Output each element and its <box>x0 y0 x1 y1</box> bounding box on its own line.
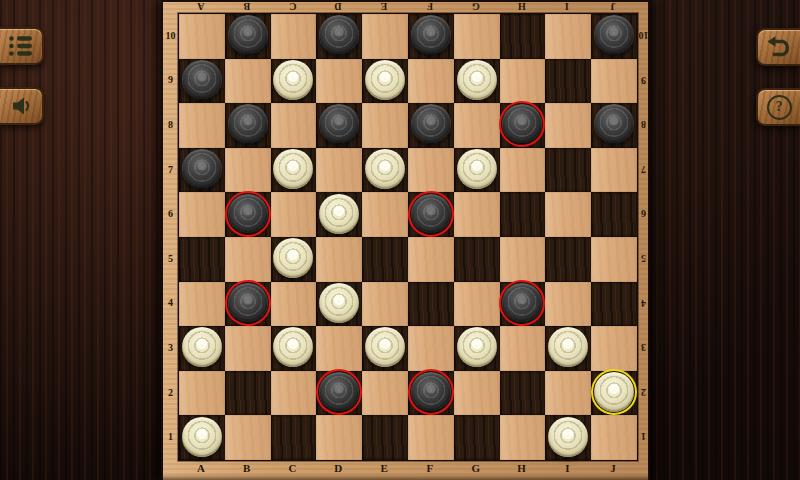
square-e5[interactable] <box>362 237 408 282</box>
square-a6[interactable] <box>179 192 225 237</box>
square-g3[interactable] <box>454 326 500 371</box>
rank-label-mirrored-4: 4 <box>636 281 651 326</box>
rank-label-10: 10 <box>163 13 178 58</box>
white-man[interactable] <box>319 194 359 234</box>
file-label-mirrored-i: I <box>544 1 590 13</box>
square-b3[interactable] <box>225 326 271 371</box>
file-labels-top: ABCDEFGHIJ <box>178 1 636 13</box>
black-man[interactable] <box>319 104 359 144</box>
square-b4[interactable] <box>225 282 271 327</box>
square-i9[interactable] <box>545 59 591 104</box>
file-label-mirrored-a: A <box>178 1 224 13</box>
black-man-red-highlight[interactable] <box>228 194 268 234</box>
square-j7[interactable] <box>591 148 637 193</box>
rank-label-8: 8 <box>163 102 178 147</box>
white-man[interactable] <box>457 327 497 367</box>
square-i1[interactable] <box>545 415 591 460</box>
square-g2[interactable] <box>454 371 500 416</box>
file-label-c: C <box>270 459 316 476</box>
black-man[interactable] <box>228 104 268 144</box>
square-d6[interactable] <box>316 192 362 237</box>
rank-label-4: 4 <box>163 281 178 326</box>
help-button[interactable]: ? <box>756 88 800 126</box>
square-h3[interactable] <box>500 326 546 371</box>
black-man-red-highlight[interactable] <box>411 194 451 234</box>
square-b2[interactable] <box>225 371 271 416</box>
square-j5[interactable] <box>591 237 637 282</box>
rank-label-mirrored-3: 3 <box>636 325 651 370</box>
play-area <box>178 13 638 461</box>
square-a5[interactable] <box>179 237 225 282</box>
square-e7[interactable] <box>362 148 408 193</box>
square-i8[interactable] <box>545 103 591 148</box>
square-c2[interactable] <box>271 371 317 416</box>
square-b5[interactable] <box>225 237 271 282</box>
square-i7[interactable] <box>545 148 591 193</box>
square-f1[interactable] <box>408 415 454 460</box>
black-man-red-highlight[interactable] <box>411 372 451 412</box>
square-a3[interactable] <box>179 326 225 371</box>
menu-list-icon <box>8 35 34 57</box>
file-labels-bottom: ABCDEFGHIJ <box>178 459 636 476</box>
file-label-mirrored-b: B <box>224 1 270 13</box>
rank-label-mirrored-1: 1 <box>636 414 651 459</box>
white-man[interactable] <box>273 60 313 100</box>
rank-label-1: 1 <box>163 414 178 459</box>
square-j6[interactable] <box>591 192 637 237</box>
square-e9[interactable] <box>362 59 408 104</box>
square-g4[interactable] <box>454 282 500 327</box>
white-man[interactable] <box>273 238 313 278</box>
square-g9[interactable] <box>454 59 500 104</box>
rank-label-6: 6 <box>163 191 178 236</box>
square-a9[interactable] <box>179 59 225 104</box>
square-c9[interactable] <box>271 59 317 104</box>
square-g7[interactable] <box>454 148 500 193</box>
file-label-h: H <box>499 459 545 476</box>
square-h1[interactable] <box>500 415 546 460</box>
square-h4[interactable] <box>500 282 546 327</box>
square-h8[interactable] <box>500 103 546 148</box>
file-label-mirrored-d: D <box>315 1 361 13</box>
rank-label-mirrored-7: 7 <box>636 147 651 192</box>
file-label-mirrored-j: J <box>590 1 636 13</box>
square-e10[interactable] <box>362 14 408 59</box>
rank-label-mirrored-10: 10 <box>636 13 651 58</box>
black-man[interactable] <box>319 15 359 55</box>
white-man[interactable] <box>319 283 359 323</box>
rank-label-mirrored-8: 8 <box>636 102 651 147</box>
square-a10[interactable] <box>179 14 225 59</box>
square-j4[interactable] <box>591 282 637 327</box>
rank-label-5: 5 <box>163 236 178 281</box>
square-j2[interactable] <box>591 371 637 416</box>
square-h6[interactable] <box>500 192 546 237</box>
square-c6[interactable] <box>271 192 317 237</box>
file-label-mirrored-e: E <box>361 1 407 13</box>
black-man-red-highlight[interactable] <box>502 283 542 323</box>
black-man[interactable] <box>411 15 451 55</box>
square-f5[interactable] <box>408 237 454 282</box>
square-g8[interactable] <box>454 103 500 148</box>
rank-label-9: 9 <box>163 58 178 103</box>
rank-label-mirrored-5: 5 <box>636 236 651 281</box>
square-i5[interactable] <box>545 237 591 282</box>
square-a4[interactable] <box>179 282 225 327</box>
square-d5[interactable] <box>316 237 362 282</box>
file-label-g: G <box>453 459 499 476</box>
square-e6[interactable] <box>362 192 408 237</box>
undo-arrow-icon <box>766 35 793 59</box>
square-e3[interactable] <box>362 326 408 371</box>
file-label-i: I <box>544 459 590 476</box>
white-man-yellow-highlight[interactable] <box>594 372 634 412</box>
square-b7[interactable] <box>225 148 271 193</box>
square-d3[interactable] <box>316 326 362 371</box>
square-i6[interactable] <box>545 192 591 237</box>
square-c8[interactable] <box>271 103 317 148</box>
square-d1[interactable] <box>316 415 362 460</box>
square-e4[interactable] <box>362 282 408 327</box>
rank-labels-left: 10987654321 <box>163 13 178 459</box>
rank-label-2: 2 <box>163 370 178 415</box>
square-h9[interactable] <box>500 59 546 104</box>
file-label-f: F <box>407 459 453 476</box>
black-man[interactable] <box>594 15 634 55</box>
black-man[interactable] <box>411 104 451 144</box>
square-b8[interactable] <box>225 103 271 148</box>
white-man[interactable] <box>365 60 405 100</box>
square-f2[interactable] <box>408 371 454 416</box>
square-c5[interactable] <box>271 237 317 282</box>
file-label-mirrored-g: G <box>453 1 499 13</box>
file-label-mirrored-f: F <box>407 1 453 13</box>
black-man[interactable] <box>182 149 222 189</box>
rank-label-7: 7 <box>163 147 178 192</box>
question-mark-icon: ? <box>767 95 792 120</box>
square-i3[interactable] <box>545 326 591 371</box>
square-c10[interactable] <box>271 14 317 59</box>
black-man-red-highlight[interactable] <box>228 283 268 323</box>
square-c3[interactable] <box>271 326 317 371</box>
square-b1[interactable] <box>225 415 271 460</box>
white-man[interactable] <box>548 327 588 367</box>
undo-button[interactable] <box>756 28 800 66</box>
square-h5[interactable] <box>500 237 546 282</box>
rank-labels-right: 10987654321 <box>636 13 651 459</box>
file-label-j: J <box>590 459 636 476</box>
square-d9[interactable] <box>316 59 362 104</box>
square-f8[interactable] <box>408 103 454 148</box>
square-j1[interactable] <box>591 415 637 460</box>
black-man-red-highlight[interactable] <box>502 104 542 144</box>
square-h10[interactable] <box>500 14 546 59</box>
square-j3[interactable] <box>591 326 637 371</box>
square-b6[interactable] <box>225 192 271 237</box>
square-d7[interactable] <box>316 148 362 193</box>
white-man[interactable] <box>365 149 405 189</box>
white-man[interactable] <box>273 149 313 189</box>
square-f9[interactable] <box>408 59 454 104</box>
file-label-d: D <box>315 459 361 476</box>
square-j8[interactable] <box>591 103 637 148</box>
speaker-icon <box>9 94 34 118</box>
square-e2[interactable] <box>362 371 408 416</box>
file-label-e: E <box>361 459 407 476</box>
white-man[interactable] <box>273 327 313 367</box>
square-d10[interactable] <box>316 14 362 59</box>
square-h7[interactable] <box>500 148 546 193</box>
square-i10[interactable] <box>545 14 591 59</box>
white-man[interactable] <box>457 60 497 100</box>
square-f10[interactable] <box>408 14 454 59</box>
rank-label-mirrored-6: 6 <box>636 191 651 236</box>
file-label-b: B <box>224 459 270 476</box>
rank-label-mirrored-9: 9 <box>636 58 651 103</box>
menu-button[interactable] <box>0 27 44 65</box>
white-man[interactable] <box>548 417 588 457</box>
square-g1[interactable] <box>454 415 500 460</box>
square-a7[interactable] <box>179 148 225 193</box>
square-e1[interactable] <box>362 415 408 460</box>
square-b9[interactable] <box>225 59 271 104</box>
file-label-a: A <box>178 459 224 476</box>
black-man[interactable] <box>594 104 634 144</box>
square-a1[interactable] <box>179 415 225 460</box>
square-a8[interactable] <box>179 103 225 148</box>
black-man[interactable] <box>228 15 268 55</box>
square-c4[interactable] <box>271 282 317 327</box>
square-j10[interactable] <box>591 14 637 59</box>
square-d2[interactable] <box>316 371 362 416</box>
board-frame: 10987654321 10987654321 ABCDEFGHIJ ABCDE… <box>161 0 650 480</box>
black-man-red-highlight[interactable] <box>319 372 359 412</box>
square-g5[interactable] <box>454 237 500 282</box>
square-d8[interactable] <box>316 103 362 148</box>
square-g6[interactable] <box>454 192 500 237</box>
square-f6[interactable] <box>408 192 454 237</box>
black-man[interactable] <box>182 60 222 100</box>
white-man[interactable] <box>182 417 222 457</box>
square-c1[interactable] <box>271 415 317 460</box>
rank-label-3: 3 <box>163 325 178 370</box>
square-e8[interactable] <box>362 103 408 148</box>
sound-button[interactable] <box>0 87 44 125</box>
square-h2[interactable] <box>500 371 546 416</box>
file-label-mirrored-h: H <box>499 1 545 13</box>
square-i2[interactable] <box>545 371 591 416</box>
square-j9[interactable] <box>591 59 637 104</box>
square-a2[interactable] <box>179 371 225 416</box>
square-b10[interactable] <box>225 14 271 59</box>
square-i4[interactable] <box>545 282 591 327</box>
square-d4[interactable] <box>316 282 362 327</box>
white-man[interactable] <box>182 327 222 367</box>
rank-label-mirrored-2: 2 <box>636 370 651 415</box>
square-g10[interactable] <box>454 14 500 59</box>
white-man[interactable] <box>457 149 497 189</box>
square-f3[interactable] <box>408 326 454 371</box>
white-man[interactable] <box>365 327 405 367</box>
file-label-mirrored-c: C <box>270 1 316 13</box>
square-c7[interactable] <box>271 148 317 193</box>
square-f7[interactable] <box>408 148 454 193</box>
square-f4[interactable] <box>408 282 454 327</box>
